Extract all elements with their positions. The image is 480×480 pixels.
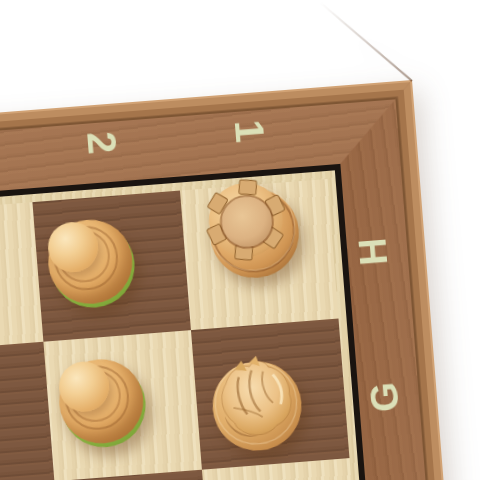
rook-top-view [196,171,308,283]
square-g2: ♙ [43,330,202,480]
product-photo-background: ♙ ♖ ♙ ♘ [0,0,480,480]
coordinate-label-file-h: H [350,228,397,275]
square-h2: ♙ [32,191,191,342]
square-h1: ♖ [180,179,339,330]
square-g1: ♘ [191,319,350,470]
chessboard: ♙ ♖ ♙ ♘ [0,80,480,480]
coordinate-label-rank-2: 2 [78,119,125,166]
knight-top-view [201,347,313,459]
white-rook-piece: ♖ [196,171,308,283]
white-pawn-piece: ♙ [49,348,152,451]
coordinate-label-rank-1: 1 [226,107,273,154]
frame-miter-seam [320,2,413,81]
white-knight-piece: ♘ [201,347,313,459]
coordinate-label-file-g: G [361,373,408,420]
white-pawn-piece: ♙ [38,208,141,311]
